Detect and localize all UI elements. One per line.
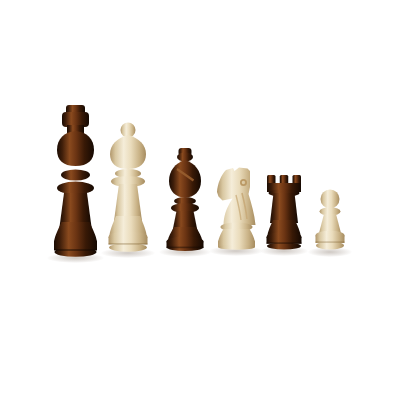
chess-piece-queen-light: [106, 122, 150, 252]
rook-piece-icon: [265, 175, 303, 250]
king-piece-icon: [52, 105, 99, 257]
bishop-piece-icon: [164, 148, 206, 251]
chess-piece-king-dark: [52, 105, 99, 257]
chess-pieces-product-photo: [0, 0, 400, 400]
chess-piece-rook-dark: [265, 175, 303, 250]
queen-piece-icon: [106, 122, 150, 252]
pawn-piece-icon: [313, 189, 347, 251]
chess-piece-bishop-dark: [164, 148, 206, 251]
chess-piece-knight-light: [214, 167, 258, 250]
knight-piece-icon: [214, 167, 258, 250]
chess-piece-pawn-light: [313, 189, 347, 251]
